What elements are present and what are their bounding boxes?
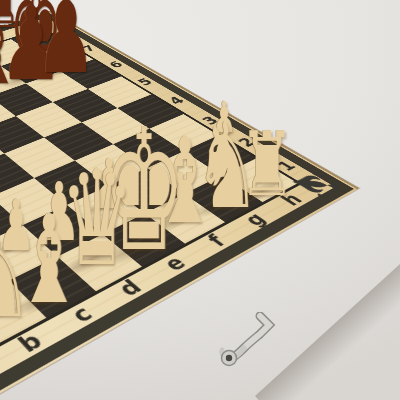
- black-pawn-g7: ♟: [36, 0, 96, 91]
- white-knight-b1: ♞: [0, 222, 33, 333]
- pieces-layer: ♜♝♚♟♟♟♜♞♟♝♟♚♟♛♝♞: [0, 0, 400, 400]
- scene-background: abcdefgh 87654321 ♜♝♚♟♟♟♜♞♟♝♟♚♟♛♝♞: [0, 0, 400, 400]
- metal-clasp-icon: [216, 312, 280, 378]
